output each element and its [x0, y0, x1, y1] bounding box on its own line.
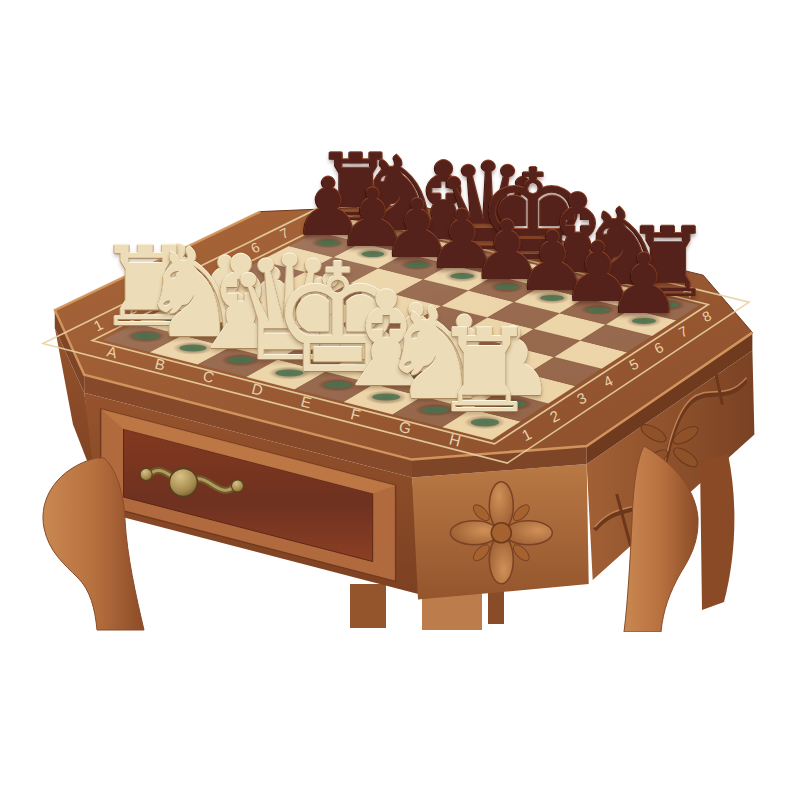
photo-crop-bottom [0, 632, 800, 800]
chess-table-photo: AA11BB22CC33DD44EE55FF66GG77HH88 ♜♞♟♝♟♛♟… [0, 0, 800, 800]
rosette-center [491, 523, 511, 543]
cabriole-leg-rear-right [700, 454, 734, 610]
rear-leg [350, 584, 386, 628]
